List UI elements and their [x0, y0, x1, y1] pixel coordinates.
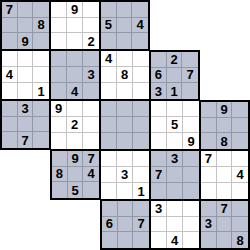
cell-r3c6[interactable]: 4	[101, 51, 117, 67]
given-digit: 2	[170, 53, 177, 66]
cell-r7c14[interactable]	[232, 118, 248, 134]
cell-r13c10[interactable]	[167, 217, 183, 233]
box-r2c1: 92	[50, 100, 100, 150]
given-digit: 8	[38, 18, 45, 31]
given-digit: 7	[205, 152, 212, 165]
cell-r8c4[interactable]	[67, 133, 83, 149]
cell-r2c5[interactable]: 2	[83, 33, 99, 49]
cell-r8c6[interactable]	[101, 133, 117, 149]
cell-r2c0[interactable]	[2, 33, 18, 49]
given-digit: 4	[237, 168, 244, 181]
cell-r4c1[interactable]	[18, 67, 34, 83]
box-r0c0: 789	[0, 0, 50, 50]
cell-r0c4[interactable]: 9	[67, 2, 83, 18]
cell-r11c4[interactable]: 5	[68, 182, 84, 198]
given-digit: 4	[6, 68, 13, 81]
cell-r0c1[interactable]	[18, 2, 34, 18]
cell-r9c7[interactable]	[117, 151, 133, 167]
given-digit: 3	[205, 217, 212, 230]
cell-r9c9[interactable]	[151, 151, 167, 167]
box-r1c1: 34	[50, 50, 100, 100]
cell-r13c9[interactable]	[151, 217, 167, 233]
cell-r5c0[interactable]	[2, 83, 18, 99]
cell-r6c8[interactable]	[133, 101, 149, 117]
cell-r7c11[interactable]	[183, 117, 199, 133]
cell-r4c9[interactable]: 6	[151, 68, 167, 84]
box-r4c4: 738	[200, 200, 250, 250]
cell-r7c10[interactable]: 5	[167, 117, 183, 133]
cell-r14c10[interactable]: 4	[167, 232, 183, 248]
cell-r13c11[interactable]	[183, 217, 199, 233]
cell-r3c1[interactable]	[18, 51, 34, 67]
given-digit: 1	[38, 85, 45, 98]
cell-r14c6[interactable]	[102, 232, 118, 248]
cell-r9c5[interactable]: 7	[83, 151, 99, 167]
cell-r3c7[interactable]	[117, 51, 133, 67]
cell-r11c13[interactable]	[217, 183, 233, 199]
cell-r0c3[interactable]	[51, 2, 67, 18]
cell-r4c3[interactable]	[51, 67, 67, 83]
cell-r11c14[interactable]	[232, 183, 248, 199]
cell-r10c3[interactable]: 8	[52, 167, 68, 183]
cell-r6c9[interactable]	[151, 101, 167, 117]
cell-r5c6[interactable]	[101, 83, 117, 99]
cell-r9c11[interactable]	[183, 151, 199, 167]
cell-r3c9[interactable]	[151, 52, 167, 68]
given-digit: 9	[71, 152, 78, 165]
given-digit: 3	[21, 102, 28, 115]
cell-r5c5[interactable]	[83, 83, 99, 99]
cell-r1c5[interactable]	[83, 18, 99, 34]
given-digit: 3	[155, 202, 162, 215]
cell-r4c0[interactable]: 4	[2, 67, 18, 83]
given-digit: 7	[21, 134, 28, 147]
cell-r8c3[interactable]	[51, 133, 67, 149]
given-digit: 7	[187, 68, 194, 81]
cell-r4c8[interactable]	[133, 67, 149, 83]
cell-r8c1[interactable]: 7	[18, 132, 34, 148]
cell-r8c14[interactable]	[232, 133, 248, 149]
cell-r8c2[interactable]	[33, 132, 49, 148]
box-r0c1: 92	[50, 0, 100, 50]
box-r2c4: 98	[200, 100, 250, 150]
given-digit: 7	[138, 217, 145, 230]
given-digit: 8	[56, 167, 63, 180]
cell-r6c4[interactable]	[67, 101, 83, 117]
box-r2c0: 37	[0, 100, 50, 150]
given-digit: 4	[171, 234, 178, 247]
cell-r10c6[interactable]	[101, 167, 117, 183]
cell-r3c11[interactable]	[182, 52, 198, 68]
cell-r2c6[interactable]	[101, 33, 117, 49]
cell-r12c13[interactable]: 7	[217, 201, 233, 217]
box-r3c3: 37	[150, 150, 200, 200]
cell-r3c0[interactable]	[2, 51, 18, 67]
cell-r12c12[interactable]	[201, 201, 217, 217]
cell-r3c2[interactable]	[33, 51, 49, 67]
cell-r12c11[interactable]	[183, 201, 199, 217]
cell-r6c11[interactable]	[183, 101, 199, 117]
given-digit: 8	[237, 234, 244, 247]
cell-r1c8[interactable]: 4	[132, 18, 148, 34]
cell-r9c14[interactable]	[232, 151, 248, 167]
cell-r7c8[interactable]	[133, 117, 149, 133]
cell-r3c10[interactable]: 2	[167, 52, 183, 68]
cell-r0c6[interactable]	[101, 2, 117, 18]
given-digit: 2	[71, 118, 78, 131]
cell-r14c14[interactable]: 8	[232, 232, 248, 248]
cell-r10c4[interactable]	[68, 167, 84, 183]
given-digit: 4	[88, 167, 95, 180]
cell-r6c12[interactable]	[201, 102, 217, 118]
box-r1c2: 48	[100, 50, 150, 100]
cell-r5c4[interactable]: 4	[67, 83, 83, 99]
cell-r0c2[interactable]	[33, 2, 49, 18]
cell-r12c9[interactable]: 3	[151, 201, 167, 217]
cell-r8c5[interactable]	[83, 133, 99, 149]
cell-r2c7[interactable]	[117, 33, 133, 49]
cell-r4c11[interactable]: 7	[182, 68, 198, 84]
cell-r7c5[interactable]	[83, 117, 99, 133]
cell-r6c6[interactable]	[101, 101, 117, 117]
cell-r7c3[interactable]	[51, 117, 67, 133]
cell-r1c4[interactable]	[67, 18, 83, 34]
cell-r11c3[interactable]	[52, 182, 68, 198]
cell-r9c3[interactable]	[52, 151, 68, 167]
cell-r7c4[interactable]: 2	[67, 117, 83, 133]
given-digit: 1	[170, 85, 177, 98]
given-digit: 3	[155, 85, 162, 98]
given-digit: 8	[220, 135, 227, 148]
cell-r8c13[interactable]: 8	[217, 133, 233, 149]
cell-r0c0[interactable]: 7	[2, 2, 18, 18]
cell-r6c2[interactable]	[33, 101, 49, 117]
given-digit: 9	[21, 35, 28, 48]
box-r3c2: 31	[100, 150, 150, 200]
cell-r0c5[interactable]	[83, 2, 99, 18]
cell-r2c4[interactable]	[67, 33, 83, 49]
cell-r8c10[interactable]	[167, 133, 183, 149]
cell-r2c8[interactable]	[132, 33, 148, 49]
cell-r6c10[interactable]	[167, 101, 183, 117]
cell-r3c4[interactable]	[67, 51, 83, 67]
cell-r7c13[interactable]	[217, 118, 233, 134]
cell-r4c6[interactable]	[101, 67, 117, 83]
cell-r6c14[interactable]	[232, 102, 248, 118]
given-digit: 3	[87, 68, 94, 81]
cell-r7c0[interactable]	[2, 117, 18, 133]
cell-r9c6[interactable]	[101, 151, 117, 167]
cell-r7c9[interactable]	[151, 117, 167, 133]
cell-r9c12[interactable]: 7	[201, 151, 217, 167]
given-digit: 9	[55, 102, 62, 115]
given-digit: 3	[121, 168, 128, 181]
cell-r12c6[interactable]	[102, 201, 118, 217]
cell-r1c3[interactable]	[51, 18, 67, 34]
cell-r8c7[interactable]	[117, 133, 133, 149]
given-digit: 3	[171, 152, 178, 165]
given-digit: 9	[71, 3, 78, 16]
cell-r14c7[interactable]	[118, 232, 134, 248]
cell-r7c7[interactable]	[117, 117, 133, 133]
cell-r12c8[interactable]	[133, 201, 149, 217]
given-digit: 7	[88, 152, 95, 165]
cell-r5c9[interactable]: 3	[151, 83, 167, 99]
cell-r6c0[interactable]	[2, 101, 18, 117]
cell-r12c14[interactable]	[232, 201, 248, 217]
cell-r12c10[interactable]	[167, 201, 183, 217]
cell-r9c8[interactable]	[133, 151, 149, 167]
cell-r13c13[interactable]	[217, 217, 233, 233]
cell-r8c8[interactable]	[133, 133, 149, 149]
cell-r9c4[interactable]: 9	[68, 151, 84, 167]
box-r2c2	[100, 100, 150, 150]
cell-r7c6[interactable]	[101, 117, 117, 133]
cell-r7c2[interactable]	[33, 117, 49, 133]
cell-r1c2[interactable]: 8	[33, 18, 49, 34]
cell-r11c8[interactable]: 1	[133, 183, 149, 199]
cell-r11c6[interactable]	[101, 183, 117, 199]
sudoku-board: 7899254413448267313792599897845313774673…	[0, 0, 250, 250]
cell-r6c13[interactable]: 9	[217, 102, 233, 118]
cell-r6c3[interactable]: 9	[51, 101, 67, 117]
cell-r7c1[interactable]	[18, 117, 34, 133]
cell-r6c7[interactable]	[117, 101, 133, 117]
box-r3c4: 74	[200, 150, 250, 200]
cell-r9c13[interactable]	[217, 151, 233, 167]
cell-r14c13[interactable]	[217, 232, 233, 248]
cell-r10c14[interactable]: 4	[232, 167, 248, 183]
box-r1c3: 26731	[150, 50, 200, 100]
cell-r10c11[interactable]	[183, 167, 199, 183]
cell-r7c12[interactable]	[201, 118, 217, 134]
cell-r5c11[interactable]	[182, 83, 198, 99]
box-r1c0: 41	[0, 50, 50, 100]
cell-r5c2[interactable]: 1	[33, 83, 49, 99]
given-digit: 9	[187, 135, 194, 148]
given-digit: 7	[155, 168, 162, 181]
given-digit: 9	[220, 103, 227, 116]
cell-r8c12[interactable]	[201, 133, 217, 149]
given-digit: 6	[155, 68, 162, 81]
given-digit: 6	[106, 217, 113, 230]
cell-r3c5[interactable]	[83, 51, 99, 67]
cell-r8c11[interactable]: 9	[183, 133, 199, 149]
cell-r13c12[interactable]: 3	[201, 217, 217, 233]
cell-r5c10[interactable]: 1	[167, 83, 183, 99]
given-digit: 4	[105, 52, 112, 65]
cell-r11c5[interactable]	[83, 182, 99, 198]
cell-r4c5[interactable]: 3	[83, 67, 99, 83]
box-r4c3: 34	[150, 200, 200, 250]
cell-r5c3[interactable]	[51, 83, 67, 99]
given-digit: 1	[137, 185, 144, 198]
cell-r1c6[interactable]: 5	[101, 18, 117, 34]
cell-r9c10[interactable]: 3	[167, 151, 183, 167]
cell-r10c7[interactable]: 3	[117, 167, 133, 183]
cell-r13c6[interactable]: 6	[102, 217, 118, 233]
cell-r11c7[interactable]	[117, 183, 133, 199]
cell-r10c8[interactable]	[133, 167, 149, 183]
cell-r5c8[interactable]	[133, 83, 149, 99]
given-digit: 5	[71, 184, 78, 197]
given-digit: 2	[87, 35, 94, 48]
box-r0c2: 54	[100, 0, 150, 50]
cell-r4c7[interactable]: 8	[117, 67, 133, 83]
cell-r13c8[interactable]: 7	[133, 217, 149, 233]
cell-r14c8[interactable]	[133, 232, 149, 248]
cell-r12c7[interactable]	[118, 201, 134, 217]
cell-r5c7[interactable]	[117, 83, 133, 99]
cell-r13c14[interactable]	[232, 217, 248, 233]
cell-r1c0[interactable]	[2, 18, 18, 34]
cell-r6c1[interactable]: 3	[18, 101, 34, 117]
cell-r8c9[interactable]	[151, 133, 167, 149]
cell-r3c3[interactable]	[51, 51, 67, 67]
cell-r11c9[interactable]	[151, 183, 167, 199]
cell-r10c10[interactable]	[167, 167, 183, 183]
cell-r0c7[interactable]	[117, 2, 133, 18]
box-r2c3: 59	[150, 100, 200, 150]
cell-r14c9[interactable]	[151, 232, 167, 248]
given-digit: 4	[137, 18, 144, 31]
given-digit: 7	[6, 3, 13, 16]
cell-r11c11[interactable]	[183, 183, 199, 199]
cell-r6c5[interactable]	[83, 101, 99, 117]
cell-r13c7[interactable]	[118, 217, 134, 233]
cell-r4c10[interactable]	[167, 68, 183, 84]
cell-r1c7[interactable]	[117, 18, 133, 34]
cell-r4c4[interactable]	[67, 67, 83, 83]
cell-r11c12[interactable]	[201, 183, 217, 199]
cell-r10c5[interactable]: 4	[83, 167, 99, 183]
cell-r10c13[interactable]	[217, 167, 233, 183]
box-r4c2: 67	[100, 200, 150, 250]
cell-r5c1[interactable]	[18, 83, 34, 99]
box-r3c1: 97845	[50, 150, 100, 200]
cell-r1c1[interactable]	[18, 18, 34, 34]
cell-r14c12[interactable]	[201, 232, 217, 248]
cell-r2c3[interactable]	[51, 33, 67, 49]
given-digit: 8	[121, 68, 128, 81]
cell-r3c8[interactable]	[133, 51, 149, 67]
given-digit: 5	[171, 118, 178, 131]
cell-r14c11[interactable]	[183, 232, 199, 248]
cell-r10c9[interactable]: 7	[151, 167, 167, 183]
given-digit: 7	[220, 202, 227, 215]
cell-r2c2[interactable]	[33, 33, 49, 49]
cell-r4c2[interactable]	[33, 67, 49, 83]
cell-r8c0[interactable]	[2, 132, 18, 148]
cell-r0c8[interactable]	[132, 2, 148, 18]
given-digit: 4	[71, 85, 78, 98]
cell-r10c12[interactable]	[201, 167, 217, 183]
cell-r11c10[interactable]	[167, 183, 183, 199]
given-digit: 5	[105, 18, 112, 31]
cell-r2c1[interactable]: 9	[18, 33, 34, 49]
